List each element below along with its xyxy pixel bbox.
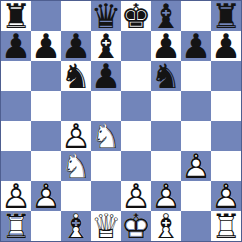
black-pawn-glyph: ♟ <box>61 31 91 61</box>
square-c3[interactable]: ♞♘ <box>61 151 91 181</box>
square-e7[interactable] <box>121 31 151 61</box>
piece-black-pawn[interactable]: ♟ <box>91 61 121 91</box>
white-bishop-glyph: ♝ <box>151 211 181 241</box>
square-a8[interactable]: ♜ <box>1 1 31 31</box>
black-knight-glyph: ♞ <box>61 61 91 91</box>
square-d2[interactable] <box>91 181 121 211</box>
white-pawn-glyph: ♟ <box>151 181 181 211</box>
black-queen-glyph: ♛ <box>91 1 121 31</box>
square-h4[interactable] <box>211 121 241 151</box>
black-bishop-glyph: ♝ <box>151 1 181 31</box>
square-f3[interactable] <box>151 151 181 181</box>
black-pawn-glyph: ♟ <box>31 31 61 61</box>
piece-white-rook[interactable]: ♜♖ <box>211 211 241 241</box>
square-b1[interactable] <box>31 211 61 241</box>
square-d6[interactable]: ♟ <box>91 61 121 91</box>
square-h7[interactable]: ♟ <box>211 31 241 61</box>
square-a2[interactable]: ♟♙ <box>1 181 31 211</box>
white-rook-outline-glyph: ♖ <box>1 211 31 241</box>
white-rook-glyph: ♜ <box>1 211 31 241</box>
piece-black-pawn[interactable]: ♟ <box>61 31 91 61</box>
piece-black-rook[interactable]: ♜ <box>211 1 241 31</box>
piece-black-king[interactable]: ♚ <box>121 1 151 31</box>
square-g8[interactable] <box>181 1 211 31</box>
square-c5[interactable] <box>61 91 91 121</box>
black-rook-glyph: ♜ <box>1 1 31 31</box>
piece-white-bishop[interactable]: ♝♗ <box>61 211 91 241</box>
square-e8[interactable]: ♚ <box>121 1 151 31</box>
square-a7[interactable]: ♟ <box>1 31 31 61</box>
white-pawn-outline-glyph: ♙ <box>151 181 181 211</box>
white-knight-glyph: ♞ <box>91 121 121 151</box>
square-a1[interactable]: ♜♖ <box>1 211 31 241</box>
piece-black-pawn[interactable]: ♟ <box>181 31 211 61</box>
white-pawn-outline-glyph: ♙ <box>181 151 211 181</box>
white-pawn-glyph: ♟ <box>61 121 91 151</box>
square-f4[interactable] <box>151 121 181 151</box>
piece-white-pawn[interactable]: ♟♙ <box>121 181 151 211</box>
piece-black-pawn[interactable]: ♟ <box>1 31 31 61</box>
square-d1[interactable]: ♛♕ <box>91 211 121 241</box>
black-pawn-glyph: ♟ <box>91 61 121 91</box>
white-queen-outline-glyph: ♕ <box>91 211 121 241</box>
white-pawn-glyph: ♟ <box>121 181 151 211</box>
square-b6[interactable] <box>31 61 61 91</box>
piece-black-rook[interactable]: ♜ <box>1 1 31 31</box>
black-king-glyph: ♚ <box>121 1 151 31</box>
white-knight-glyph: ♞ <box>61 151 91 181</box>
square-g3[interactable]: ♟♙ <box>181 151 211 181</box>
piece-white-pawn[interactable]: ♟♙ <box>151 181 181 211</box>
white-pawn-outline-glyph: ♙ <box>121 181 151 211</box>
square-c4[interactable]: ♟♙ <box>61 121 91 151</box>
white-pawn-outline-glyph: ♙ <box>31 181 61 211</box>
square-h2[interactable]: ♟♙ <box>211 181 241 211</box>
square-e2[interactable]: ♟♙ <box>121 181 151 211</box>
white-pawn-outline-glyph: ♙ <box>61 121 91 151</box>
black-knight-glyph: ♞ <box>151 61 181 91</box>
white-pawn-glyph: ♟ <box>1 181 31 211</box>
square-c1[interactable]: ♝♗ <box>61 211 91 241</box>
white-bishop-outline-glyph: ♗ <box>61 211 91 241</box>
square-h6[interactable] <box>211 61 241 91</box>
square-b2[interactable]: ♟♙ <box>31 181 61 211</box>
white-bishop-outline-glyph: ♗ <box>151 211 181 241</box>
square-g1[interactable] <box>181 211 211 241</box>
piece-white-king[interactable]: ♚♔ <box>121 211 151 241</box>
square-b4[interactable] <box>31 121 61 151</box>
piece-white-knight[interactable]: ♞♘ <box>91 121 121 151</box>
square-e4[interactable] <box>121 121 151 151</box>
square-a5[interactable] <box>1 91 31 121</box>
square-d4[interactable]: ♞♘ <box>91 121 121 151</box>
square-h8[interactable]: ♜ <box>211 1 241 31</box>
square-f8[interactable]: ♝ <box>151 1 181 31</box>
square-c2[interactable] <box>61 181 91 211</box>
white-pawn-outline-glyph: ♙ <box>1 181 31 211</box>
piece-black-pawn[interactable]: ♟ <box>31 31 61 61</box>
square-b7[interactable]: ♟ <box>31 31 61 61</box>
square-d8[interactable]: ♛ <box>91 1 121 31</box>
square-c8[interactable] <box>61 1 91 31</box>
black-pawn-glyph: ♟ <box>181 31 211 61</box>
square-b8[interactable] <box>31 1 61 31</box>
black-pawn-glyph: ♟ <box>151 31 181 61</box>
white-pawn-glyph: ♟ <box>211 181 241 211</box>
piece-black-knight[interactable]: ♞ <box>61 61 91 91</box>
piece-white-pawn[interactable]: ♟♙ <box>181 151 211 181</box>
square-g4[interactable] <box>181 121 211 151</box>
square-c6[interactable]: ♞ <box>61 61 91 91</box>
piece-white-rook[interactable]: ♜♖ <box>1 211 31 241</box>
square-d7[interactable]: ♝ <box>91 31 121 61</box>
white-knight-outline-glyph: ♘ <box>61 151 91 181</box>
square-e1[interactable]: ♚♔ <box>121 211 151 241</box>
square-h5[interactable] <box>211 91 241 121</box>
white-pawn-glyph: ♟ <box>31 181 61 211</box>
chess-board: ♜♛♚♝♜♟♟♟♝♟♟♟♞♟♞♟♙♞♘♞♘♟♙♟♙♟♙♟♙♟♙♟♙♜♖♝♗♛♕♚… <box>0 0 242 242</box>
piece-black-pawn[interactable]: ♟ <box>211 31 241 61</box>
square-a6[interactable] <box>1 61 31 91</box>
square-f5[interactable] <box>151 91 181 121</box>
white-pawn-glyph: ♟ <box>181 151 211 181</box>
square-b3[interactable] <box>31 151 61 181</box>
square-d3[interactable] <box>91 151 121 181</box>
white-queen-glyph: ♛ <box>91 211 121 241</box>
black-pawn-glyph: ♟ <box>211 31 241 61</box>
piece-black-queen[interactable]: ♛ <box>91 1 121 31</box>
square-g2[interactable] <box>181 181 211 211</box>
square-e6[interactable] <box>121 61 151 91</box>
piece-white-pawn[interactable]: ♟♙ <box>31 181 61 211</box>
white-knight-outline-glyph: ♘ <box>91 121 121 151</box>
piece-black-bishop[interactable]: ♝ <box>91 31 121 61</box>
square-c7[interactable]: ♟ <box>61 31 91 61</box>
piece-white-bishop[interactable]: ♝♗ <box>151 211 181 241</box>
piece-black-bishop[interactable]: ♝ <box>151 1 181 31</box>
piece-black-knight[interactable]: ♞ <box>151 61 181 91</box>
piece-white-knight[interactable]: ♞♘ <box>61 151 91 181</box>
square-h3[interactable] <box>211 151 241 181</box>
piece-white-pawn[interactable]: ♟♙ <box>1 181 31 211</box>
white-rook-glyph: ♜ <box>211 211 241 241</box>
piece-black-pawn[interactable]: ♟ <box>151 31 181 61</box>
square-f7[interactable]: ♟ <box>151 31 181 61</box>
white-king-glyph: ♚ <box>121 211 151 241</box>
white-bishop-glyph: ♝ <box>61 211 91 241</box>
piece-white-queen[interactable]: ♛♕ <box>91 211 121 241</box>
square-d5[interactable] <box>91 91 121 121</box>
black-rook-glyph: ♜ <box>211 1 241 31</box>
square-e5[interactable] <box>121 91 151 121</box>
square-a3[interactable] <box>1 151 31 181</box>
square-e3[interactable] <box>121 151 151 181</box>
square-f6[interactable]: ♞ <box>151 61 181 91</box>
square-a4[interactable] <box>1 121 31 151</box>
square-g6[interactable] <box>181 61 211 91</box>
square-g5[interactable] <box>181 91 211 121</box>
piece-white-pawn[interactable]: ♟♙ <box>211 181 241 211</box>
square-h1[interactable]: ♜♖ <box>211 211 241 241</box>
square-g7[interactable]: ♟ <box>181 31 211 61</box>
piece-white-pawn[interactable]: ♟♙ <box>61 121 91 151</box>
black-pawn-glyph: ♟ <box>1 31 31 61</box>
white-pawn-outline-glyph: ♙ <box>211 181 241 211</box>
black-bishop-glyph: ♝ <box>91 31 121 61</box>
square-f2[interactable]: ♟♙ <box>151 181 181 211</box>
square-b5[interactable] <box>31 91 61 121</box>
square-f1[interactable]: ♝♗ <box>151 211 181 241</box>
white-rook-outline-glyph: ♖ <box>211 211 241 241</box>
white-king-outline-glyph: ♔ <box>121 211 151 241</box>
